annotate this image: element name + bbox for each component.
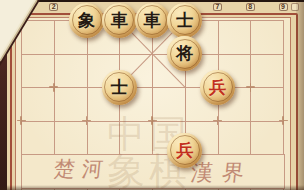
- piece-black-elephant[interactable]: 象: [69, 3, 104, 38]
- star-point-marker: [17, 116, 26, 125]
- piece-red-soldier[interactable]: 兵: [200, 70, 235, 105]
- column-label-2: 2: [49, 3, 58, 12]
- river-text-chu-he: 楚河: [53, 155, 112, 183]
- board-cell: [219, 21, 252, 55]
- page-curl-corner: [0, 0, 44, 68]
- star-point-marker: [246, 83, 255, 92]
- piece-black-advisor[interactable]: 士: [102, 70, 137, 105]
- star-point-marker: [213, 116, 222, 125]
- watermark-char: 中: [105, 116, 147, 153]
- top-edge-strip: [0, 0, 304, 2]
- board-cell: [251, 21, 284, 55]
- board-cell: [251, 122, 284, 156]
- bottom-edge-shade: [0, 185, 304, 190]
- column-label-8: 8: [246, 3, 255, 12]
- piece-ring: [137, 5, 167, 35]
- piece-ring: [104, 5, 134, 35]
- board-cell: [22, 122, 55, 156]
- board-cell: [55, 122, 88, 156]
- star-point-marker: [82, 116, 91, 125]
- star-point-marker: [49, 83, 58, 92]
- board-cell: [219, 122, 252, 156]
- right-edge-shade: [296, 0, 304, 190]
- piece-red-soldier[interactable]: 兵: [167, 133, 202, 168]
- river-text-han-jie: 漢界: [189, 158, 254, 188]
- board-cell: [251, 55, 284, 89]
- column-label-7: 7: [213, 3, 222, 12]
- piece-ring: [104, 72, 134, 102]
- piece-ring: [170, 39, 200, 69]
- piece-black-chariot[interactable]: 車: [135, 3, 170, 38]
- piece-black-advisor[interactable]: 士: [167, 3, 202, 38]
- piece-black-chariot[interactable]: 車: [102, 3, 137, 38]
- column-label-9: 9: [279, 3, 288, 12]
- piece-ring: [72, 5, 102, 35]
- xiangqi-game-screen: 楚河 漢界 中国象棋 123456789 象車車士将士兵兵: [0, 0, 304, 190]
- board-cell: [55, 55, 88, 89]
- piece-ring: [170, 135, 200, 165]
- piece-ring: [170, 5, 200, 35]
- piece-ring: [203, 72, 233, 102]
- board-cell: [22, 88, 55, 122]
- star-point-marker: [279, 116, 288, 125]
